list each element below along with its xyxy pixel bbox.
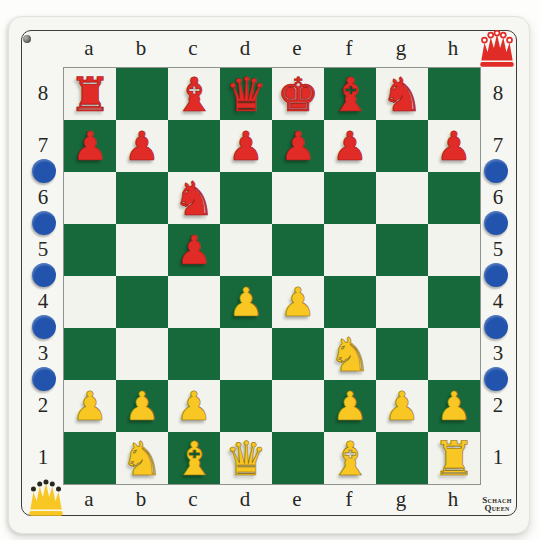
file-labels-top: abcdefgh xyxy=(63,30,479,67)
square-g8[interactable]: ♞ xyxy=(376,68,428,120)
magnet-dot-left-3-2[interactable] xyxy=(32,367,56,391)
square-c2[interactable]: ♟ xyxy=(168,380,220,432)
file-label-c-top: c xyxy=(167,36,219,61)
square-f8[interactable]: ♝ xyxy=(324,68,376,120)
square-d6[interactable] xyxy=(220,172,272,224)
magnet-dot-right-6-5[interactable] xyxy=(484,211,508,235)
file-label-c-bottom: c xyxy=(167,487,219,512)
square-d3[interactable] xyxy=(220,328,272,380)
magnet-dot-left-6-5[interactable] xyxy=(32,211,56,235)
square-h2[interactable]: ♟ xyxy=(428,380,480,432)
square-e4[interactable]: ♟ xyxy=(272,276,324,328)
file-label-a-top: a xyxy=(63,36,115,61)
square-c8[interactable]: ♝ xyxy=(168,68,220,120)
piece-red-pawn-c5[interactable]: ♟ xyxy=(176,230,212,270)
brand-line-2: Queen xyxy=(471,504,523,512)
piece-yellow-knight-b1[interactable]: ♞ xyxy=(121,435,163,482)
square-d2[interactable] xyxy=(220,380,272,432)
square-c5[interactable]: ♟ xyxy=(168,224,220,276)
rank-label-1-left: 1 xyxy=(23,431,63,483)
square-c3[interactable] xyxy=(168,328,220,380)
piece-yellow-pawn-d4[interactable]: ♟ xyxy=(228,282,264,322)
piece-yellow-pawn-e4[interactable]: ♟ xyxy=(280,282,316,322)
square-e5[interactable] xyxy=(272,224,324,276)
square-g6[interactable] xyxy=(376,172,428,224)
piece-red-pawn-a7[interactable]: ♟ xyxy=(72,126,108,166)
rank-label-8-right: 8 xyxy=(479,67,517,119)
file-labels-bottom: abcdefgh xyxy=(63,483,479,515)
square-a6[interactable] xyxy=(64,172,116,224)
piece-yellow-bishop-f1[interactable]: ♝ xyxy=(329,435,371,482)
rank-label-8-left: 8 xyxy=(23,67,63,119)
piece-red-queen-d8[interactable]: ♛ xyxy=(225,71,267,118)
piece-red-king-e8[interactable]: ♚ xyxy=(277,71,319,118)
square-c4[interactable] xyxy=(168,276,220,328)
brand-logo-text: Schach Queen xyxy=(471,496,523,512)
square-d4[interactable]: ♟ xyxy=(220,276,272,328)
file-label-e-top: e xyxy=(271,36,323,61)
board-grid: ♜♝♛♚♝♞♟♟♟♟♟♟♞♟♟♟♞♟♟♟♟♟♟♞♝♛♝♜ xyxy=(63,67,481,485)
rank-label-1-right: 1 xyxy=(479,431,517,483)
magnet-dot-left-4-3[interactable] xyxy=(32,315,56,339)
square-h5[interactable] xyxy=(428,224,480,276)
square-h1[interactable]: ♜ xyxy=(428,432,480,484)
magnet-dot-right-4-3[interactable] xyxy=(484,315,508,339)
piece-yellow-pawn-a2[interactable]: ♟ xyxy=(72,386,108,426)
square-d8[interactable]: ♛ xyxy=(220,68,272,120)
piece-yellow-pawn-g2[interactable]: ♟ xyxy=(384,386,420,426)
piece-red-pawn-e7[interactable]: ♟ xyxy=(280,126,316,166)
square-a8[interactable]: ♜ xyxy=(64,68,116,120)
square-b6[interactable] xyxy=(116,172,168,224)
yellow-queen-crown-icon xyxy=(23,479,69,519)
square-b4[interactable] xyxy=(116,276,168,328)
square-e2[interactable] xyxy=(272,380,324,432)
mounting-screw-icon xyxy=(23,35,31,43)
square-b3[interactable] xyxy=(116,328,168,380)
board-photo: { "game": "chess", "board_type": "magnet… xyxy=(0,0,540,540)
square-g1[interactable] xyxy=(376,432,428,484)
square-e7[interactable]: ♟ xyxy=(272,120,324,172)
magnet-dot-left-5-4[interactable] xyxy=(32,263,56,287)
demo-board-panel: abcdefgh abcdefgh 87654321 87654321 ♜♝♛♚… xyxy=(8,16,530,534)
square-a4[interactable] xyxy=(64,276,116,328)
piece-red-bishop-f8[interactable]: ♝ xyxy=(329,71,371,118)
piece-yellow-pawn-f2[interactable]: ♟ xyxy=(332,386,368,426)
square-g2[interactable]: ♟ xyxy=(376,380,428,432)
piece-red-knight-g8[interactable]: ♞ xyxy=(381,71,423,118)
piece-red-knight-c6[interactable]: ♞ xyxy=(173,175,215,222)
square-b1[interactable]: ♞ xyxy=(116,432,168,484)
file-label-d-top: d xyxy=(219,36,271,61)
piece-yellow-knight-f3[interactable]: ♞ xyxy=(329,331,371,378)
magnet-dot-right-7-6[interactable] xyxy=(484,159,508,183)
file-label-b-bottom: b xyxy=(115,487,167,512)
file-label-d-bottom: d xyxy=(219,487,271,512)
square-a7[interactable]: ♟ xyxy=(64,120,116,172)
square-a1[interactable] xyxy=(64,432,116,484)
file-label-g-top: g xyxy=(375,36,427,61)
square-h7[interactable]: ♟ xyxy=(428,120,480,172)
square-g7[interactable] xyxy=(376,120,428,172)
square-f5[interactable] xyxy=(324,224,376,276)
square-g5[interactable] xyxy=(376,224,428,276)
square-a5[interactable] xyxy=(64,224,116,276)
square-b5[interactable] xyxy=(116,224,168,276)
square-d7[interactable]: ♟ xyxy=(220,120,272,172)
piece-red-bishop-c8[interactable]: ♝ xyxy=(173,71,215,118)
square-f4[interactable] xyxy=(324,276,376,328)
file-label-f-bottom: f xyxy=(323,487,375,512)
piece-yellow-rook-h1[interactable]: ♜ xyxy=(433,435,475,482)
square-a3[interactable] xyxy=(64,328,116,380)
file-label-h-top: h xyxy=(427,36,479,61)
magnet-dot-right-3-2[interactable] xyxy=(484,367,508,391)
square-c7[interactable] xyxy=(168,120,220,172)
magnet-dot-left-7-6[interactable] xyxy=(32,159,56,183)
file-label-b-top: b xyxy=(115,36,167,61)
square-b7[interactable]: ♟ xyxy=(116,120,168,172)
square-b2[interactable]: ♟ xyxy=(116,380,168,432)
square-d1[interactable]: ♛ xyxy=(220,432,272,484)
square-h8[interactable] xyxy=(428,68,480,120)
piece-yellow-queen-d1[interactable]: ♛ xyxy=(225,435,267,482)
square-h4[interactable] xyxy=(428,276,480,328)
square-f1[interactable]: ♝ xyxy=(324,432,376,484)
square-e3[interactable] xyxy=(272,328,324,380)
square-g4[interactable] xyxy=(376,276,428,328)
piece-red-pawn-d7[interactable]: ♟ xyxy=(228,126,264,166)
square-g3[interactable] xyxy=(376,328,428,380)
piece-red-pawn-h7[interactable]: ♟ xyxy=(436,126,472,166)
square-f6[interactable] xyxy=(324,172,376,224)
square-a2[interactable]: ♟ xyxy=(64,380,116,432)
piece-red-rook-a8[interactable]: ♜ xyxy=(69,71,111,118)
file-label-e-bottom: e xyxy=(271,487,323,512)
red-queen-crown-icon xyxy=(474,30,520,70)
square-d5[interactable] xyxy=(220,224,272,276)
piece-yellow-bishop-c1[interactable]: ♝ xyxy=(173,435,215,482)
file-label-a-bottom: a xyxy=(63,487,115,512)
magnet-dot-right-5-4[interactable] xyxy=(484,263,508,287)
square-e6[interactable] xyxy=(272,172,324,224)
square-e8[interactable]: ♚ xyxy=(272,68,324,120)
file-label-g-bottom: g xyxy=(375,487,427,512)
piece-red-pawn-b7[interactable]: ♟ xyxy=(124,126,160,166)
square-h3[interactable] xyxy=(428,328,480,380)
piece-yellow-pawn-h2[interactable]: ♟ xyxy=(436,386,472,426)
piece-yellow-pawn-b2[interactable]: ♟ xyxy=(124,386,160,426)
square-h6[interactable] xyxy=(428,172,480,224)
square-c1[interactable]: ♝ xyxy=(168,432,220,484)
square-f2[interactable]: ♟ xyxy=(324,380,376,432)
square-c6[interactable]: ♞ xyxy=(168,172,220,224)
file-label-f-top: f xyxy=(323,36,375,61)
piece-red-pawn-f7[interactable]: ♟ xyxy=(332,126,368,166)
square-f3[interactable]: ♞ xyxy=(324,328,376,380)
square-b8[interactable] xyxy=(116,68,168,120)
square-f7[interactable]: ♟ xyxy=(324,120,376,172)
square-e1[interactable] xyxy=(272,432,324,484)
piece-yellow-pawn-c2[interactable]: ♟ xyxy=(176,386,212,426)
